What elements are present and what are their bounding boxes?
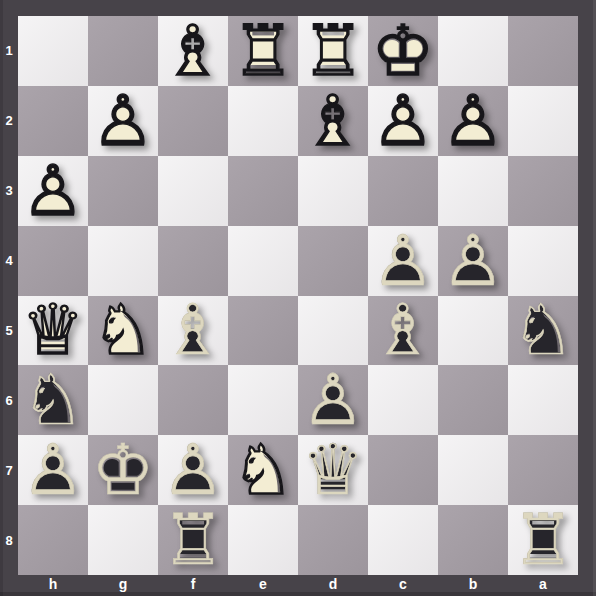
piece-outline-glyph: ♘ [508, 296, 578, 366]
square-e3[interactable] [228, 156, 298, 226]
square-b5[interactable] [438, 296, 508, 366]
square-b8[interactable] [438, 505, 508, 575]
square-f1[interactable]: ♝♗ [158, 16, 228, 86]
square-f5[interactable]: ♝♗ [158, 296, 228, 366]
piece-fill-glyph: ♟ [298, 365, 368, 435]
square-a6[interactable] [508, 365, 578, 435]
chess-board-frame: 12345678 ♝♗♜♖♜♖♚♔♟♙♝♗♟♙♟♙♟♙♟♙♟♙♛♕♞♘♝♗♝♗♞… [0, 0, 596, 596]
square-h6[interactable]: ♞♘ [18, 365, 88, 435]
piece-outline-glyph: ♔ [88, 435, 158, 505]
piece-outline-glyph: ♙ [368, 226, 438, 296]
square-a7[interactable] [508, 435, 578, 505]
piece-fill-glyph: ♟ [368, 226, 438, 296]
white-rook[interactable]: ♜♖ [228, 16, 298, 86]
chess-board: ♝♗♜♖♜♖♚♔♟♙♝♗♟♙♟♙♟♙♟♙♟♙♛♕♞♘♝♗♝♗♞♘♞♘♟♙♟♙♚♔… [18, 16, 578, 575]
file-label-f: f [158, 575, 228, 596]
square-e7[interactable]: ♞♘ [228, 435, 298, 505]
square-f2[interactable] [158, 86, 228, 156]
square-b6[interactable] [438, 365, 508, 435]
white-pawn[interactable]: ♟♙ [368, 86, 438, 156]
square-d2[interactable]: ♝♗ [298, 86, 368, 156]
piece-fill-glyph: ♞ [228, 435, 298, 505]
black-knight[interactable]: ♞♘ [508, 296, 578, 366]
black-bishop[interactable]: ♝♗ [368, 296, 438, 366]
square-g7[interactable]: ♚♔ [88, 435, 158, 505]
black-pawn[interactable]: ♟♙ [18, 435, 88, 505]
white-knight[interactable]: ♞♘ [228, 435, 298, 505]
square-g4[interactable] [88, 226, 158, 296]
piece-fill-glyph: ♟ [18, 156, 88, 226]
square-b2[interactable]: ♟♙ [438, 86, 508, 156]
file-labels: hgfedcba [18, 575, 578, 596]
piece-outline-glyph: ♖ [298, 16, 368, 86]
piece-outline-glyph: ♙ [438, 86, 508, 156]
piece-outline-glyph: ♗ [158, 296, 228, 366]
square-e8[interactable] [228, 505, 298, 575]
square-b7[interactable] [438, 435, 508, 505]
black-pawn[interactable]: ♟♙ [158, 435, 228, 505]
black-pawn[interactable]: ♟♙ [438, 226, 508, 296]
white-pawn[interactable]: ♟♙ [18, 156, 88, 226]
square-a3[interactable] [508, 156, 578, 226]
piece-fill-glyph: ♜ [298, 16, 368, 86]
piece-outline-glyph: ♙ [158, 435, 228, 505]
square-c6[interactable] [368, 365, 438, 435]
piece-fill-glyph: ♟ [368, 86, 438, 156]
black-bishop[interactable]: ♝♗ [158, 296, 228, 366]
white-bishop[interactable]: ♝♗ [298, 86, 368, 156]
piece-fill-glyph: ♝ [158, 16, 228, 86]
piece-outline-glyph: ♙ [88, 86, 158, 156]
piece-fill-glyph: ♝ [158, 296, 228, 366]
rank-label-8: 8 [0, 505, 18, 575]
piece-fill-glyph: ♟ [438, 226, 508, 296]
file-label-b: b [438, 575, 508, 596]
rank-label-3: 3 [0, 156, 18, 226]
piece-fill-glyph: ♚ [368, 16, 438, 86]
black-king[interactable]: ♚♔ [88, 435, 158, 505]
rank-label-2: 2 [0, 86, 18, 156]
square-d8[interactable] [298, 505, 368, 575]
piece-fill-glyph: ♞ [18, 365, 88, 435]
piece-fill-glyph: ♟ [18, 435, 88, 505]
square-c7[interactable] [368, 435, 438, 505]
square-f7[interactable]: ♟♙ [158, 435, 228, 505]
square-h7[interactable]: ♟♙ [18, 435, 88, 505]
square-a8[interactable]: ♜♖ [508, 505, 578, 575]
piece-outline-glyph: ♕ [298, 435, 368, 505]
piece-outline-glyph: ♖ [228, 16, 298, 86]
black-pawn[interactable]: ♟♙ [368, 226, 438, 296]
piece-outline-glyph: ♗ [368, 296, 438, 366]
file-label-c: c [368, 575, 438, 596]
rank-label-4: 4 [0, 226, 18, 296]
file-label-d: d [298, 575, 368, 596]
square-a4[interactable] [508, 226, 578, 296]
square-d5[interactable] [298, 296, 368, 366]
square-d3[interactable] [298, 156, 368, 226]
piece-outline-glyph: ♕ [18, 296, 88, 366]
square-g1[interactable] [88, 16, 158, 86]
piece-outline-glyph: ♘ [228, 435, 298, 505]
piece-outline-glyph: ♔ [368, 16, 438, 86]
piece-outline-glyph: ♙ [368, 86, 438, 156]
white-knight[interactable]: ♞♘ [88, 296, 158, 366]
piece-fill-glyph: ♟ [158, 435, 228, 505]
square-h4[interactable] [18, 226, 88, 296]
rank-label-5: 5 [0, 296, 18, 366]
rank-label-6: 6 [0, 365, 18, 435]
square-f6[interactable] [158, 365, 228, 435]
square-b1[interactable] [438, 16, 508, 86]
square-d4[interactable] [298, 226, 368, 296]
piece-fill-glyph: ♛ [298, 435, 368, 505]
file-label-e: e [228, 575, 298, 596]
piece-fill-glyph: ♜ [158, 505, 228, 575]
white-rook[interactable]: ♜♖ [298, 16, 368, 86]
piece-fill-glyph: ♜ [228, 16, 298, 86]
piece-fill-glyph: ♛ [18, 296, 88, 366]
square-a5[interactable]: ♞♘ [508, 296, 578, 366]
black-queen[interactable]: ♛♕ [298, 435, 368, 505]
square-f3[interactable] [158, 156, 228, 226]
square-d7[interactable]: ♛♕ [298, 435, 368, 505]
square-g2[interactable]: ♟♙ [88, 86, 158, 156]
square-e4[interactable] [228, 226, 298, 296]
square-h8[interactable] [18, 505, 88, 575]
white-queen[interactable]: ♛♕ [18, 296, 88, 366]
piece-outline-glyph: ♘ [18, 365, 88, 435]
piece-fill-glyph: ♝ [368, 296, 438, 366]
piece-outline-glyph: ♖ [158, 505, 228, 575]
white-pawn[interactable]: ♟♙ [438, 86, 508, 156]
square-b4[interactable]: ♟♙ [438, 226, 508, 296]
black-rook[interactable]: ♜♖ [158, 505, 228, 575]
square-b3[interactable] [438, 156, 508, 226]
rank-label-1: 1 [0, 16, 18, 86]
piece-outline-glyph: ♙ [298, 365, 368, 435]
piece-fill-glyph: ♝ [298, 86, 368, 156]
square-f4[interactable] [158, 226, 228, 296]
black-rook[interactable]: ♜♖ [508, 505, 578, 575]
square-c2[interactable]: ♟♙ [368, 86, 438, 156]
square-c8[interactable] [368, 505, 438, 575]
piece-outline-glyph: ♘ [88, 296, 158, 366]
square-f8[interactable]: ♜♖ [158, 505, 228, 575]
rank-label-7: 7 [0, 435, 18, 505]
square-h2[interactable] [18, 86, 88, 156]
square-e6[interactable] [228, 365, 298, 435]
square-g6[interactable] [88, 365, 158, 435]
square-d6[interactable]: ♟♙ [298, 365, 368, 435]
square-c4[interactable]: ♟♙ [368, 226, 438, 296]
piece-outline-glyph: ♙ [18, 156, 88, 226]
piece-fill-glyph: ♜ [508, 505, 578, 575]
piece-outline-glyph: ♗ [298, 86, 368, 156]
square-g3[interactable] [88, 156, 158, 226]
square-h1[interactable] [18, 16, 88, 86]
file-label-a: a [508, 575, 578, 596]
piece-fill-glyph: ♟ [438, 86, 508, 156]
square-c1[interactable]: ♚♔ [368, 16, 438, 86]
piece-fill-glyph: ♟ [88, 86, 158, 156]
square-c3[interactable] [368, 156, 438, 226]
square-g8[interactable] [88, 505, 158, 575]
piece-outline-glyph: ♙ [438, 226, 508, 296]
piece-outline-glyph: ♙ [18, 435, 88, 505]
white-pawn[interactable]: ♟♙ [88, 86, 158, 156]
rank-labels: 12345678 [0, 16, 18, 575]
black-pawn[interactable]: ♟♙ [298, 365, 368, 435]
black-knight[interactable]: ♞♘ [18, 365, 88, 435]
piece-fill-glyph: ♞ [88, 296, 158, 366]
square-h5[interactable]: ♛♕ [18, 296, 88, 366]
square-h3[interactable]: ♟♙ [18, 156, 88, 226]
white-king[interactable]: ♚♔ [368, 16, 438, 86]
file-label-h: h [18, 575, 88, 596]
square-a1[interactable] [508, 16, 578, 86]
square-d1[interactable]: ♜♖ [298, 16, 368, 86]
square-e2[interactable] [228, 86, 298, 156]
square-a2[interactable] [508, 86, 578, 156]
square-e5[interactable] [228, 296, 298, 366]
file-label-g: g [88, 575, 158, 596]
square-g5[interactable]: ♞♘ [88, 296, 158, 366]
piece-fill-glyph: ♞ [508, 296, 578, 366]
square-c5[interactable]: ♝♗ [368, 296, 438, 366]
piece-outline-glyph: ♖ [508, 505, 578, 575]
square-e1[interactable]: ♜♖ [228, 16, 298, 86]
white-bishop[interactable]: ♝♗ [158, 16, 228, 86]
piece-outline-glyph: ♗ [158, 16, 228, 86]
piece-fill-glyph: ♚ [88, 435, 158, 505]
